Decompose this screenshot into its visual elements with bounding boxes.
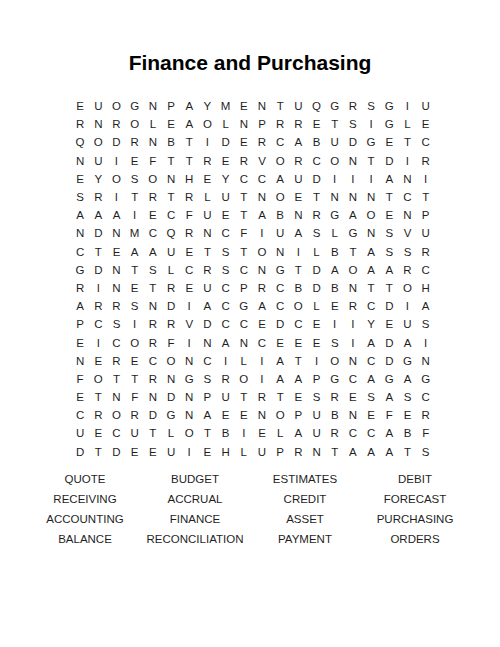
grid-cell[interactable]: N <box>344 279 362 297</box>
grid-cell[interactable]: H <box>417 279 435 297</box>
grid-cell[interactable]: A <box>344 443 362 461</box>
grid-cell[interactable]: A <box>362 333 380 351</box>
grid-cell[interactable]: I <box>362 170 380 188</box>
grid-cell[interactable]: I <box>89 279 107 297</box>
grid-cell[interactable]: V <box>180 315 198 333</box>
grid-cell[interactable]: I <box>253 224 271 242</box>
grid-cell[interactable]: C <box>344 370 362 388</box>
grid-cell[interactable]: R <box>253 279 271 297</box>
grid-cell[interactable]: A <box>71 297 89 315</box>
grid-cell[interactable]: T <box>326 443 344 461</box>
grid-cell[interactable]: L <box>307 297 325 315</box>
grid-cell[interactable]: A <box>217 333 235 351</box>
grid-cell[interactable]: U <box>89 97 107 115</box>
grid-cell[interactable]: T <box>380 279 398 297</box>
grid-cell[interactable]: I <box>89 333 107 351</box>
grid-cell[interactable]: E <box>362 406 380 424</box>
grid-cell[interactable]: R <box>126 133 144 151</box>
grid-cell[interactable]: A <box>107 206 125 224</box>
grid-cell[interactable]: A <box>253 297 271 315</box>
grid-cell[interactable]: O <box>89 370 107 388</box>
grid-cell[interactable]: A <box>289 133 307 151</box>
grid-cell[interactable]: C <box>362 352 380 370</box>
grid-cell[interactable]: T <box>144 424 162 442</box>
grid-cell[interactable]: C <box>417 388 435 406</box>
grid-cell[interactable]: S <box>344 115 362 133</box>
grid-cell[interactable]: N <box>235 115 253 133</box>
grid-cell[interactable]: Q <box>162 224 180 242</box>
grid-cell[interactable]: F <box>71 370 89 388</box>
grid-cell[interactable]: N <box>326 188 344 206</box>
grid-cell[interactable]: T <box>307 188 325 206</box>
grid-cell[interactable]: U <box>126 424 144 442</box>
grid-cell[interactable]: E <box>198 170 216 188</box>
grid-cell[interactable]: L <box>162 261 180 279</box>
grid-cell[interactable]: D <box>107 443 125 461</box>
grid-cell[interactable]: S <box>326 333 344 351</box>
grid-cell[interactable]: F <box>380 406 398 424</box>
grid-cell[interactable]: N <box>344 152 362 170</box>
grid-cell[interactable]: I <box>344 315 362 333</box>
grid-cell[interactable]: P <box>162 97 180 115</box>
grid-cell[interactable]: D <box>380 297 398 315</box>
grid-cell[interactable]: R <box>198 152 216 170</box>
grid-cell[interactable]: I <box>307 352 325 370</box>
grid-cell[interactable]: D <box>162 388 180 406</box>
grid-cell[interactable]: E <box>235 406 253 424</box>
grid-cell[interactable]: R <box>289 152 307 170</box>
grid-cell[interactable]: B <box>398 424 416 442</box>
grid-cell[interactable]: P <box>253 115 271 133</box>
grid-cell[interactable]: E <box>126 152 144 170</box>
grid-cell[interactable]: C <box>417 133 435 151</box>
grid-cell[interactable]: L <box>162 424 180 442</box>
grid-cell[interactable]: R <box>344 97 362 115</box>
grid-cell[interactable]: N <box>362 188 380 206</box>
grid-cell[interactable]: L <box>144 115 162 133</box>
grid-cell[interactable]: Q <box>71 133 89 151</box>
grid-cell[interactable]: E <box>235 97 253 115</box>
grid-cell[interactable]: N <box>71 352 89 370</box>
grid-cell[interactable]: G <box>344 224 362 242</box>
grid-cell[interactable]: O <box>271 406 289 424</box>
grid-cell[interactable]: N <box>417 352 435 370</box>
grid-cell[interactable]: D <box>307 170 325 188</box>
grid-cell[interactable]: T <box>344 243 362 261</box>
grid-cell[interactable]: N <box>89 115 107 133</box>
grid-cell[interactable]: T <box>235 243 253 261</box>
grid-cell[interactable]: T <box>235 388 253 406</box>
grid-cell[interactable]: E <box>217 206 235 224</box>
grid-cell[interactable]: T <box>398 443 416 461</box>
grid-cell[interactable]: B <box>326 406 344 424</box>
grid-cell[interactable]: C <box>253 333 271 351</box>
grid-cell[interactable]: O <box>398 279 416 297</box>
grid-cell[interactable]: G <box>380 370 398 388</box>
grid-cell[interactable]: E <box>380 206 398 224</box>
grid-cell[interactable]: C <box>107 333 125 351</box>
grid-cell[interactable]: N <box>344 352 362 370</box>
grid-cell[interactable]: C <box>398 188 416 206</box>
grid-cell[interactable]: U <box>417 97 435 115</box>
grid-cell[interactable]: E <box>326 297 344 315</box>
grid-cell[interactable]: E <box>289 188 307 206</box>
grid-cell[interactable]: U <box>162 443 180 461</box>
grid-cell[interactable]: S <box>71 188 89 206</box>
grid-cell[interactable]: A <box>289 224 307 242</box>
grid-cell[interactable]: I <box>107 152 125 170</box>
grid-cell[interactable]: N <box>362 224 380 242</box>
grid-cell[interactable]: R <box>289 115 307 133</box>
grid-cell[interactable]: A <box>362 243 380 261</box>
grid-cell[interactable]: E <box>71 97 89 115</box>
grid-cell[interactable]: E <box>180 243 198 261</box>
grid-cell[interactable]: O <box>271 152 289 170</box>
grid-cell[interactable]: U <box>417 224 435 242</box>
grid-cell[interactable]: T <box>271 388 289 406</box>
grid-cell[interactable]: C <box>180 261 198 279</box>
grid-cell[interactable]: F <box>162 333 180 351</box>
grid-cell[interactable]: C <box>71 243 89 261</box>
grid-cell[interactable]: M <box>126 224 144 242</box>
grid-cell[interactable]: B <box>271 206 289 224</box>
grid-cell[interactable]: U <box>253 443 271 461</box>
grid-cell[interactable]: F <box>417 424 435 442</box>
grid-cell[interactable]: M <box>217 97 235 115</box>
grid-cell[interactable]: E <box>217 406 235 424</box>
grid-cell[interactable]: R <box>417 152 435 170</box>
grid-cell[interactable]: A <box>271 352 289 370</box>
grid-cell[interactable]: D <box>89 224 107 242</box>
grid-cell[interactable]: A <box>271 370 289 388</box>
grid-cell[interactable]: I <box>180 333 198 351</box>
grid-cell[interactable]: E <box>198 443 216 461</box>
grid-cell[interactable]: N <box>253 261 271 279</box>
grid-cell[interactable]: E <box>217 152 235 170</box>
grid-cell[interactable]: O <box>198 115 216 133</box>
grid-cell[interactable]: I <box>126 206 144 224</box>
grid-cell[interactable]: T <box>271 97 289 115</box>
grid-cell[interactable]: C <box>271 133 289 151</box>
grid-cell[interactable]: D <box>71 443 89 461</box>
grid-cell[interactable]: E <box>180 279 198 297</box>
grid-cell[interactable]: N <box>71 152 89 170</box>
grid-cell[interactable]: N <box>162 170 180 188</box>
grid-cell[interactable]: R <box>235 152 253 170</box>
grid-cell[interactable]: C <box>362 297 380 315</box>
grid-cell[interactable]: S <box>126 297 144 315</box>
grid-cell[interactable]: I <box>417 170 435 188</box>
grid-cell[interactable]: A <box>398 370 416 388</box>
grid-cell[interactable]: D <box>307 279 325 297</box>
grid-cell[interactable]: O <box>180 424 198 442</box>
grid-cell[interactable]: C <box>362 424 380 442</box>
grid-cell[interactable]: U <box>198 206 216 224</box>
grid-cell[interactable]: T <box>289 261 307 279</box>
grid-cell[interactable]: I <box>289 243 307 261</box>
grid-cell[interactable]: F <box>235 224 253 242</box>
grid-cell[interactable]: C <box>144 352 162 370</box>
grid-cell[interactable]: U <box>217 388 235 406</box>
grid-cell[interactable]: R <box>307 206 325 224</box>
grid-cell[interactable]: T <box>326 115 344 133</box>
grid-cell[interactable]: S <box>217 261 235 279</box>
grid-cell[interactable]: C <box>307 152 325 170</box>
grid-cell[interactable]: H <box>180 170 198 188</box>
grid-cell[interactable]: L <box>307 243 325 261</box>
grid-cell[interactable]: S <box>417 315 435 333</box>
grid-cell[interactable]: A <box>362 443 380 461</box>
grid-cell[interactable]: U <box>326 133 344 151</box>
grid-cell[interactable]: S <box>307 388 325 406</box>
grid-cell[interactable]: E <box>289 333 307 351</box>
grid-cell[interactable]: S <box>307 224 325 242</box>
grid-cell[interactable]: L <box>235 443 253 461</box>
grid-cell[interactable]: O <box>289 297 307 315</box>
grid-cell[interactable]: E <box>380 315 398 333</box>
grid-cell[interactable]: E <box>235 133 253 151</box>
grid-cell[interactable]: I <box>107 188 125 206</box>
grid-cell[interactable]: E <box>126 279 144 297</box>
grid-cell[interactable]: I <box>417 333 435 351</box>
grid-cell[interactable]: C <box>344 424 362 442</box>
grid-cell[interactable]: E <box>71 170 89 188</box>
grid-cell[interactable]: R <box>326 424 344 442</box>
grid-cell[interactable]: A <box>380 424 398 442</box>
grid-cell[interactable]: A <box>198 297 216 315</box>
grid-cell[interactable]: D <box>144 406 162 424</box>
grid-cell[interactable]: T <box>162 188 180 206</box>
grid-cell[interactable]: I <box>398 97 416 115</box>
grid-cell[interactable]: N <box>398 206 416 224</box>
grid-cell[interactable]: A <box>71 206 89 224</box>
grid-cell[interactable]: E <box>307 333 325 351</box>
grid-cell[interactable]: E <box>126 443 144 461</box>
grid-cell[interactable]: R <box>126 406 144 424</box>
grid-cell[interactable]: P <box>198 388 216 406</box>
grid-cell[interactable]: T <box>235 188 253 206</box>
grid-cell[interactable]: S <box>380 224 398 242</box>
grid-cell[interactable]: S <box>107 315 125 333</box>
grid-cell[interactable]: T <box>89 388 107 406</box>
grid-cell[interactable]: N <box>198 224 216 242</box>
grid-cell[interactable]: N <box>180 406 198 424</box>
grid-cell[interactable]: N <box>180 388 198 406</box>
grid-cell[interactable]: A <box>180 97 198 115</box>
grid-cell[interactable]: O <box>107 97 125 115</box>
grid-cell[interactable]: C <box>217 297 235 315</box>
grid-cell[interactable]: B <box>217 424 235 442</box>
grid-cell[interactable]: N <box>144 297 162 315</box>
grid-cell[interactable]: R <box>271 115 289 133</box>
grid-cell[interactable]: L <box>271 424 289 442</box>
grid-cell[interactable]: O <box>144 170 162 188</box>
grid-cell[interactable]: A <box>289 424 307 442</box>
grid-cell[interactable]: G <box>180 370 198 388</box>
grid-cell[interactable]: B <box>326 279 344 297</box>
grid-cell[interactable]: A <box>380 261 398 279</box>
grid-cell[interactable]: A <box>344 206 362 224</box>
grid-cell[interactable]: C <box>235 315 253 333</box>
grid-cell[interactable]: V <box>253 152 271 170</box>
grid-cell[interactable]: R <box>144 315 162 333</box>
grid-cell[interactable]: N <box>271 243 289 261</box>
grid-cell[interactable]: L <box>235 352 253 370</box>
grid-cell[interactable]: R <box>162 315 180 333</box>
grid-cell[interactable]: T <box>362 152 380 170</box>
grid-cell[interactable]: G <box>162 406 180 424</box>
grid-cell[interactable]: N <box>107 388 125 406</box>
grid-cell[interactable]: E <box>344 388 362 406</box>
grid-cell[interactable]: C <box>71 406 89 424</box>
grid-cell[interactable]: R <box>217 370 235 388</box>
grid-cell[interactable]: C <box>217 224 235 242</box>
grid-cell[interactable]: D <box>217 133 235 151</box>
grid-cell[interactable]: U <box>307 406 325 424</box>
grid-cell[interactable]: B <box>307 133 325 151</box>
grid-cell[interactable]: L <box>198 188 216 206</box>
grid-cell[interactable]: U <box>162 243 180 261</box>
grid-cell[interactable]: N <box>235 333 253 351</box>
grid-cell[interactable]: N <box>144 388 162 406</box>
grid-cell[interactable]: D <box>380 152 398 170</box>
grid-cell[interactable]: O <box>107 170 125 188</box>
grid-cell[interactable]: A <box>198 406 216 424</box>
grid-cell[interactable]: A <box>362 261 380 279</box>
grid-cell[interactable]: E <box>417 115 435 133</box>
grid-cell[interactable]: E <box>380 133 398 151</box>
grid-cell[interactable]: T <box>398 133 416 151</box>
grid-cell[interactable]: G <box>271 261 289 279</box>
grid-cell[interactable]: S <box>198 370 216 388</box>
grid-cell[interactable]: R <box>144 370 162 388</box>
grid-cell[interactable]: A <box>126 243 144 261</box>
grid-cell[interactable]: Q <box>307 97 325 115</box>
grid-cell[interactable]: N <box>198 333 216 351</box>
grid-cell[interactable]: C <box>217 315 235 333</box>
grid-cell[interactable]: E <box>107 243 125 261</box>
grid-cell[interactable]: O <box>162 352 180 370</box>
grid-cell[interactable]: N <box>253 97 271 115</box>
grid-cell[interactable]: N <box>344 406 362 424</box>
grid-cell[interactable]: G <box>362 133 380 151</box>
grid-cell[interactable]: D <box>162 297 180 315</box>
grid-cell[interactable]: R <box>107 352 125 370</box>
grid-cell[interactable]: T <box>417 188 435 206</box>
grid-cell[interactable]: D <box>198 315 216 333</box>
grid-cell[interactable]: T <box>180 152 198 170</box>
grid-cell[interactable]: R <box>89 188 107 206</box>
grid-cell[interactable]: T <box>362 279 380 297</box>
grid-cell[interactable]: U <box>398 315 416 333</box>
grid-cell[interactable]: I <box>235 424 253 442</box>
grid-cell[interactable]: O <box>326 152 344 170</box>
grid-cell[interactable]: I <box>180 297 198 315</box>
grid-cell[interactable]: S <box>417 443 435 461</box>
grid-cell[interactable]: N <box>307 443 325 461</box>
grid-cell[interactable]: C <box>144 224 162 242</box>
grid-cell[interactable]: F <box>126 388 144 406</box>
grid-cell[interactable]: A <box>289 370 307 388</box>
grid-cell[interactable]: T <box>180 133 198 151</box>
grid-cell[interactable]: N <box>107 279 125 297</box>
grid-cell[interactable]: T <box>235 206 253 224</box>
grid-cell[interactable]: C <box>253 170 271 188</box>
grid-cell[interactable]: A <box>362 370 380 388</box>
grid-cell[interactable]: O <box>253 243 271 261</box>
grid-cell[interactable]: C <box>198 352 216 370</box>
grid-cell[interactable]: A <box>326 261 344 279</box>
grid-cell[interactable]: O <box>344 261 362 279</box>
grid-cell[interactable]: A <box>380 443 398 461</box>
grid-cell[interactable]: C <box>162 206 180 224</box>
grid-cell[interactable]: G <box>326 370 344 388</box>
grid-cell[interactable]: Y <box>89 170 107 188</box>
grid-cell[interactable]: A <box>253 206 271 224</box>
grid-cell[interactable]: A <box>180 115 198 133</box>
grid-cell[interactable]: Y <box>362 315 380 333</box>
grid-cell[interactable]: D <box>271 315 289 333</box>
grid-cell[interactable]: R <box>253 133 271 151</box>
grid-cell[interactable]: D <box>107 133 125 151</box>
grid-cell[interactable]: D <box>344 133 362 151</box>
grid-cell[interactable]: O <box>89 133 107 151</box>
grid-cell[interactable]: A <box>398 333 416 351</box>
grid-cell[interactable]: D <box>380 352 398 370</box>
grid-cell[interactable]: N <box>107 261 125 279</box>
grid-cell[interactable]: L <box>217 115 235 133</box>
grid-cell[interactable]: C <box>235 261 253 279</box>
grid-cell[interactable]: T <box>289 352 307 370</box>
grid-cell[interactable]: T <box>380 188 398 206</box>
grid-cell[interactable]: S <box>380 243 398 261</box>
grid-cell[interactable]: A <box>380 170 398 188</box>
grid-cell[interactable]: N <box>398 170 416 188</box>
grid-cell[interactable]: R <box>89 406 107 424</box>
grid-cell[interactable]: P <box>307 370 325 388</box>
grid-cell[interactable]: E <box>89 352 107 370</box>
grid-cell[interactable]: T <box>144 279 162 297</box>
grid-cell[interactable]: G <box>417 370 435 388</box>
grid-cell[interactable]: U <box>198 279 216 297</box>
grid-cell[interactable]: P <box>271 443 289 461</box>
grid-cell[interactable]: E <box>289 388 307 406</box>
grid-cell[interactable]: N <box>107 224 125 242</box>
grid-cell[interactable]: I <box>126 315 144 333</box>
grid-cell[interactable]: G <box>380 115 398 133</box>
grid-cell[interactable]: R <box>326 388 344 406</box>
grid-cell[interactable]: T <box>126 188 144 206</box>
grid-cell[interactable]: U <box>271 224 289 242</box>
grid-cell[interactable]: G <box>126 97 144 115</box>
grid-cell[interactable]: E <box>144 443 162 461</box>
grid-cell[interactable]: I <box>198 133 216 151</box>
grid-cell[interactable]: T <box>198 243 216 261</box>
grid-cell[interactable]: L <box>398 115 416 133</box>
grid-cell[interactable]: H <box>217 443 235 461</box>
grid-cell[interactable]: I <box>398 297 416 315</box>
grid-cell[interactable]: C <box>289 315 307 333</box>
grid-cell[interactable]: A <box>144 243 162 261</box>
grid-cell[interactable]: B <box>326 243 344 261</box>
grid-cell[interactable]: G <box>326 206 344 224</box>
grid-cell[interactable]: U <box>289 170 307 188</box>
grid-cell[interactable]: D <box>380 333 398 351</box>
grid-cell[interactable]: R <box>180 224 198 242</box>
grid-cell[interactable]: I <box>253 352 271 370</box>
grid-cell[interactable]: N <box>180 352 198 370</box>
grid-cell[interactable]: P <box>417 206 435 224</box>
